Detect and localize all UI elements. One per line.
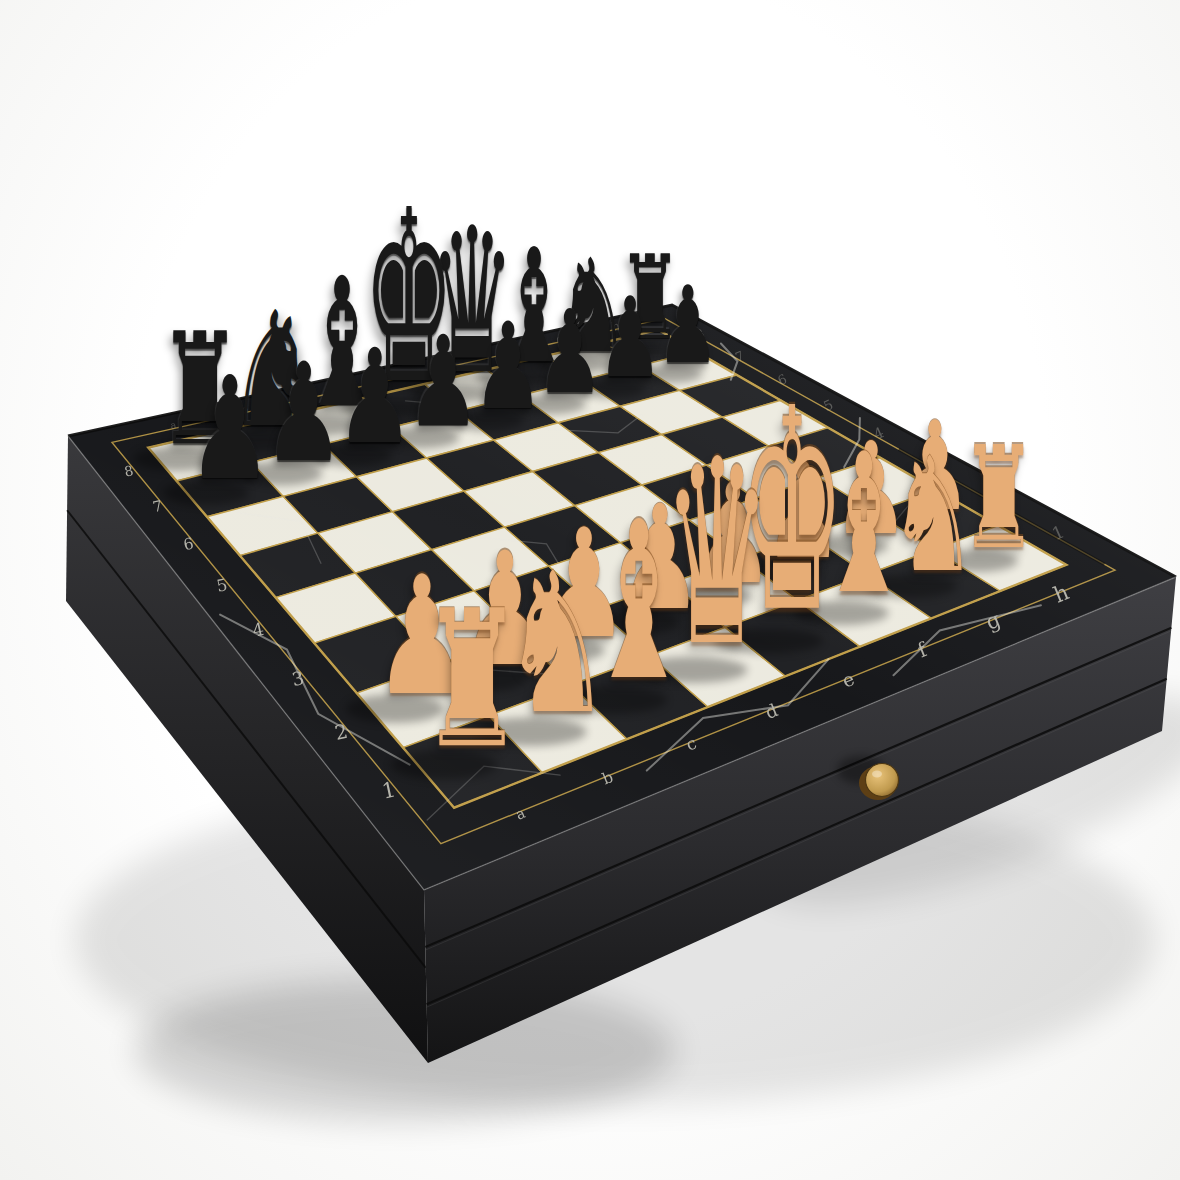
chess-set-photo: 1122334455667788aabbccddeeffgghh ♜♞♝♛♚♝♞…: [0, 0, 1180, 1180]
piece-white-rook[interactable]: ♜: [420, 586, 524, 775]
piece-black-pawn[interactable]: ♟: [406, 319, 480, 444]
piece-black-pawn[interactable]: ♟: [657, 273, 720, 380]
piece-black-pawn[interactable]: ♟: [188, 358, 272, 500]
piece-black-pawn[interactable]: ♟: [536, 295, 604, 410]
piece-black-pawn[interactable]: ♟: [598, 284, 663, 395]
piece-black-pawn[interactable]: ♟: [264, 345, 344, 481]
piece-black-pawn[interactable]: ♟: [472, 307, 543, 427]
piece-black-pawn[interactable]: ♟: [336, 332, 413, 462]
